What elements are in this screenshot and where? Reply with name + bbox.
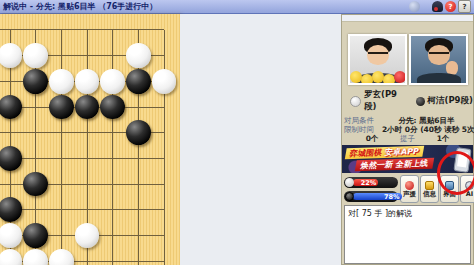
board-intersection[interactable] (23, 69, 49, 95)
white-player-name: 罗玄(P9段) (364, 89, 408, 113)
winrate-bars: 22% 78% (344, 175, 398, 203)
commentary-box[interactable]: 对[ 75 手 ]的解说 (344, 205, 471, 264)
white-stone (126, 43, 151, 68)
board-intersection[interactable] (23, 43, 49, 69)
board-intersection[interactable] (126, 69, 152, 95)
board-intersection[interactable] (0, 171, 23, 197)
globe-icon (465, 181, 474, 190)
commentary-first-line: 对[ 75 手 ]的解说 (348, 209, 412, 218)
user-icon[interactable] (432, 1, 443, 12)
flowers-decoration (350, 70, 405, 83)
white-winrate-bar: 22% (344, 177, 398, 188)
rule-value: 分先: 黑贴6目半 (382, 116, 471, 125)
go-board-grid[interactable] (0, 17, 177, 265)
board-intersection[interactable] (126, 146, 152, 172)
rose-icon (394, 71, 406, 83)
board-intersection[interactable] (126, 94, 152, 120)
board-intersection[interactable] (126, 223, 152, 249)
control-buttons: 声援 信息 界面 AI (400, 175, 474, 203)
black-winrate-bar: 78% (344, 191, 398, 202)
captures-label: 提子 (400, 134, 415, 143)
board-intersection[interactable] (100, 43, 126, 69)
black-stone-icon (345, 192, 354, 201)
board-intersection[interactable] (100, 248, 126, 265)
white-player-photo (348, 34, 407, 85)
rule-label: 对局条件 (344, 116, 382, 125)
board-intersection[interactable] (49, 17, 75, 43)
board-intersection[interactable] (100, 171, 126, 197)
player-photos (342, 34, 473, 85)
white-captures: 0个 (344, 134, 400, 143)
board-intersection[interactable] (126, 17, 152, 43)
board-intersection[interactable] (23, 223, 49, 249)
board-intersection[interactable] (0, 69, 23, 95)
white-stone (152, 69, 177, 94)
white-winrate-fill: 22% (353, 179, 378, 186)
black-stone (0, 95, 22, 120)
white-stone (0, 223, 22, 248)
board-intersection[interactable] (100, 146, 126, 172)
board-intersection[interactable] (49, 120, 75, 146)
black-stone (126, 69, 151, 94)
info-button[interactable]: 信息 (420, 175, 439, 203)
winrate-and-controls: 22% 78% 声援 信息 (342, 175, 473, 203)
board-intersection[interactable] (100, 94, 126, 120)
board-intersection[interactable] (0, 43, 23, 69)
black-stone (23, 223, 48, 248)
ad-banner[interactable]: 弈城围棋 安卓APP 焕然一新 全新上线 (342, 145, 473, 173)
board-intersection[interactable] (74, 223, 100, 249)
white-stone (23, 43, 48, 68)
board-intersection[interactable] (0, 120, 23, 146)
black-stone (100, 95, 125, 120)
white-stone (23, 249, 48, 265)
board-intersection[interactable] (0, 197, 23, 223)
board-intersection[interactable] (23, 17, 49, 43)
board-intersection[interactable] (49, 94, 75, 120)
black-winrate-fill: 78% (353, 193, 402, 200)
board-intersection[interactable] (0, 248, 23, 265)
board-intersection[interactable] (74, 69, 100, 95)
workspace-background (180, 14, 341, 265)
sound-icon[interactable] (409, 1, 420, 12)
time-value: 2小时 0分 (40秒 读秒 5次) (382, 125, 474, 134)
red-ball-icon (405, 181, 414, 190)
panel-top-strip (342, 15, 473, 22)
board-intersection[interactable] (74, 17, 100, 43)
board-intersection[interactable] (151, 197, 177, 223)
black-player-photo (409, 34, 468, 85)
white-stone-icon (350, 96, 361, 107)
board-intersection[interactable] (151, 248, 177, 265)
white-stone-icon (345, 178, 354, 187)
white-stone (100, 69, 125, 94)
board-intersection[interactable] (74, 146, 100, 172)
cheer-button[interactable]: 声援 (400, 175, 419, 203)
board-intersection[interactable] (74, 171, 100, 197)
board-intersection[interactable] (74, 43, 100, 69)
white-stone (49, 249, 74, 265)
black-stone (75, 95, 100, 120)
board-intersection[interactable] (49, 248, 75, 265)
board-intersection[interactable] (100, 69, 126, 95)
white-stone (0, 249, 22, 265)
board-intersection[interactable] (0, 223, 23, 249)
board-intersection[interactable] (126, 120, 152, 146)
board-intersection[interactable] (23, 197, 49, 223)
white-stone (0, 43, 22, 68)
ad-line2: 焕然一新 全新上线 (355, 158, 434, 172)
board-intersection[interactable] (151, 43, 177, 69)
ad-line1: 弈城围棋 安卓APP (345, 146, 424, 160)
black-stone (23, 69, 48, 94)
ai-button[interactable]: AI (460, 175, 474, 203)
white-player-name-cell[interactable]: 罗玄(P9段) (342, 89, 408, 113)
board-intersection[interactable] (151, 69, 177, 95)
board-intersection[interactable] (0, 94, 23, 120)
black-stone (0, 146, 22, 171)
board-intersection[interactable] (100, 120, 126, 146)
board-intersection[interactable] (23, 171, 49, 197)
board-intersection[interactable] (49, 43, 75, 69)
gold-badge-icon (425, 181, 434, 190)
board-intersection[interactable] (49, 69, 75, 95)
board-intersection[interactable] (49, 171, 75, 197)
title-bar: 解说中 - 分先: 黑贴6目半 （76手进行中） ? ? (0, 0, 474, 14)
board-intersection[interactable] (151, 94, 177, 120)
interface-button[interactable]: 界面 (440, 175, 459, 203)
board-intersection[interactable] (74, 120, 100, 146)
window-title: 解说中 - 分先: 黑贴6目半 （76手进行中） (3, 1, 157, 12)
go-board[interactable] (0, 14, 180, 265)
white-stone (75, 223, 100, 248)
board-intersection[interactable] (100, 197, 126, 223)
player-names: 罗玄(P9段) 柯洁(P9段) (342, 89, 473, 113)
black-stone (23, 172, 48, 197)
game-info-panel: 罗玄(P9段) 柯洁(P9段) 对局条件 分先: 黑贴6目半 限制时间 2小时 … (341, 14, 474, 265)
board-intersection[interactable] (126, 248, 152, 265)
board-intersection[interactable] (151, 146, 177, 172)
titlebar-icons: ? ? (409, 0, 471, 13)
board-intersection[interactable] (23, 146, 49, 172)
board-intersection[interactable] (49, 197, 75, 223)
game-conditions: 对局条件 分先: 黑贴6目半 限制时间 2小时 0分 (40秒 读秒 5次) 0… (342, 116, 473, 143)
board-intersection[interactable] (151, 17, 177, 43)
board-intersection[interactable] (126, 197, 152, 223)
board-intersection[interactable] (100, 223, 126, 249)
board-intersection[interactable] (151, 223, 177, 249)
board-intersection[interactable] (126, 171, 152, 197)
help-red-icon[interactable]: ? (445, 1, 456, 12)
board-intersection[interactable] (23, 94, 49, 120)
white-stone (49, 69, 74, 94)
board-intersection[interactable] (0, 146, 23, 172)
board-intersection[interactable] (0, 17, 23, 43)
black-player-name-cell[interactable]: 柯洁(P9段) (408, 89, 474, 113)
time-label: 限制时间 (344, 125, 382, 134)
board-intersection[interactable] (49, 146, 75, 172)
phone-icon (453, 147, 471, 173)
black-stone (0, 197, 22, 222)
black-stone-icon (416, 97, 425, 106)
help-gray-icon[interactable]: ? (458, 0, 471, 13)
board-intersection[interactable] (100, 17, 126, 43)
board-intersection[interactable] (74, 94, 100, 120)
app-window: 解说中 - 分先: 黑贴6目半 （76手进行中） ? ? (0, 0, 474, 265)
board-intersection[interactable] (49, 223, 75, 249)
white-stone (75, 69, 100, 94)
board-intersection[interactable] (23, 120, 49, 146)
board-intersection[interactable] (74, 248, 100, 265)
board-intersection[interactable] (23, 248, 49, 265)
black-stone (126, 120, 151, 145)
black-captures: 1个 (415, 134, 471, 143)
black-stone (49, 95, 74, 120)
board-intersection[interactable] (74, 197, 100, 223)
board-intersection[interactable] (151, 120, 177, 146)
black-player-name: 柯洁(P9段) (428, 95, 473, 107)
window-icon (445, 181, 454, 190)
board-intersection[interactable] (126, 43, 152, 69)
board-intersection[interactable] (151, 171, 177, 197)
